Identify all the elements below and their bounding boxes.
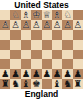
square-g4 [10, 40, 20, 50]
top-player-label: United States [0, 0, 83, 10]
square-b3 [62, 30, 72, 40]
square-h5 [0, 50, 10, 60]
square-h1 [0, 10, 10, 20]
white-pawn-icon: ♙ [42, 20, 51, 30]
square-e2: ♙ [31, 20, 41, 30]
square-f5 [21, 50, 31, 60]
white-bishop-icon: ♗ [53, 10, 62, 20]
white-knight-icon: ♘ [63, 10, 72, 20]
black-bishop-icon: ♝ [53, 79, 62, 89]
square-b7: ♟ [62, 69, 72, 79]
square-f6 [21, 59, 31, 69]
square-a7: ♟ [73, 69, 83, 79]
square-d8 [42, 79, 52, 89]
square-a4 [73, 40, 83, 50]
square-c6 [52, 59, 62, 69]
square-c7: ♟ [52, 69, 62, 79]
square-b5 [62, 50, 72, 60]
black-knight-icon: ♞ [63, 79, 72, 89]
square-e5 [31, 50, 41, 60]
black-rook-icon: ♜ [1, 79, 10, 89]
square-c4 [52, 40, 62, 50]
square-d3 [42, 30, 52, 40]
square-a1 [73, 10, 83, 20]
square-b8: ♞ [62, 79, 72, 89]
black-king-icon: ♚ [32, 79, 41, 89]
square-g3 [10, 30, 20, 40]
black-knight-icon: ♞ [11, 79, 20, 89]
square-b2: ♙ [62, 20, 72, 30]
white-queen-icon: ♕ [42, 10, 51, 20]
chess-diagram: United States ♘♗♔♕♗♘♙♙♙♙♙♙♙♙♟♟♟♟♟♟♟♟♜♞♝♚… [0, 0, 83, 100]
bottom-player-label: England [0, 89, 83, 100]
square-b1: ♘ [62, 10, 72, 20]
square-a6 [73, 59, 83, 69]
square-h4 [0, 40, 10, 50]
square-d6 [42, 59, 52, 69]
white-pawn-icon: ♙ [1, 20, 10, 30]
black-pawn-icon: ♟ [1, 69, 10, 79]
black-bishop-icon: ♝ [22, 79, 31, 89]
black-pawn-icon: ♟ [63, 69, 72, 79]
square-g1: ♘ [10, 10, 20, 20]
square-d2: ♙ [42, 20, 52, 30]
square-f1: ♗ [21, 10, 31, 20]
black-pawn-icon: ♟ [53, 69, 62, 79]
black-pawn-icon: ♟ [42, 69, 51, 79]
white-king-icon: ♔ [32, 10, 41, 20]
square-g5 [10, 50, 20, 60]
square-b4 [62, 40, 72, 50]
square-e8: ♚ [31, 79, 41, 89]
black-pawn-icon: ♟ [11, 69, 20, 79]
black-pawn-icon: ♟ [22, 69, 31, 79]
white-pawn-icon: ♙ [11, 20, 20, 30]
white-pawn-icon: ♙ [74, 20, 83, 30]
square-a3 [73, 30, 83, 40]
black-pawn-icon: ♟ [32, 69, 41, 79]
white-pawn-icon: ♙ [32, 20, 41, 30]
white-pawn-icon: ♙ [63, 20, 72, 30]
square-b6 [62, 59, 72, 69]
square-e4 [31, 40, 41, 50]
square-h8: ♜ [0, 79, 10, 89]
chess-board: ♘♗♔♕♗♘♙♙♙♙♙♙♙♙♟♟♟♟♟♟♟♟♜♞♝♚♝♞♜ [0, 10, 83, 89]
square-a5 [73, 50, 83, 60]
square-d5 [42, 50, 52, 60]
black-rook-icon: ♜ [74, 79, 83, 89]
square-h6 [0, 59, 10, 69]
square-c1: ♗ [52, 10, 62, 20]
square-g7: ♟ [10, 69, 20, 79]
square-d1: ♕ [42, 10, 52, 20]
square-f2: ♙ [21, 20, 31, 30]
square-f4 [21, 40, 31, 50]
square-h2: ♙ [0, 20, 10, 30]
square-h3 [0, 30, 10, 40]
square-d7: ♟ [42, 69, 52, 79]
black-pawn-icon: ♟ [74, 69, 83, 79]
square-e6 [31, 59, 41, 69]
square-c8: ♝ [52, 79, 62, 89]
square-g8: ♞ [10, 79, 20, 89]
square-c2: ♙ [52, 20, 62, 30]
square-c3 [52, 30, 62, 40]
square-f8: ♝ [21, 79, 31, 89]
square-e7: ♟ [31, 69, 41, 79]
white-knight-icon: ♘ [11, 10, 20, 20]
square-f3 [21, 30, 31, 40]
square-g2: ♙ [10, 20, 20, 30]
square-e3 [31, 30, 41, 40]
square-a8: ♜ [73, 79, 83, 89]
square-a2: ♙ [73, 20, 83, 30]
square-d4 [42, 40, 52, 50]
square-e1: ♔ [31, 10, 41, 20]
white-bishop-icon: ♗ [22, 10, 31, 20]
square-h7: ♟ [0, 69, 10, 79]
white-pawn-icon: ♙ [53, 20, 62, 30]
white-pawn-icon: ♙ [22, 20, 31, 30]
square-c5 [52, 50, 62, 60]
square-f7: ♟ [21, 69, 31, 79]
square-g6 [10, 59, 20, 69]
